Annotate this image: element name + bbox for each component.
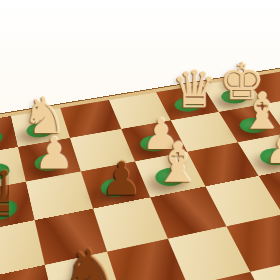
felt-base-g8 [218,88,251,105]
felt-base-c7 [33,151,67,173]
felt-base-f8 [172,96,205,114]
felt-base-b7 [0,161,11,183]
felt-base-b8 [0,129,4,149]
chess-board: ♜♞♛♚♟♟♟♟♝♞♛♟♝♟♟♟♞♟♝♟♟♟♜ [0,67,280,280]
felt-base-c8 [25,120,57,139]
board-perspective-wrap: ♜♞♛♚♟♟♟♟♝♞♛♟♝♟♟♟♞♟♝♟♟♟♜ [0,68,280,280]
felt-base-e6 [152,166,189,189]
felt-base-c4 [63,271,105,280]
felt-base-e7 [137,133,172,153]
felt-base-g7 [236,116,272,135]
felt-base-g6 [256,146,280,167]
felt-base-b6 [0,197,19,222]
chess-photo-scene: ♜♞♛♚♟♟♟♟♝♞♛♟♝♟♟♟♞♟♝♟♟♟♜ [0,0,280,280]
felt-base-d6 [98,176,135,200]
